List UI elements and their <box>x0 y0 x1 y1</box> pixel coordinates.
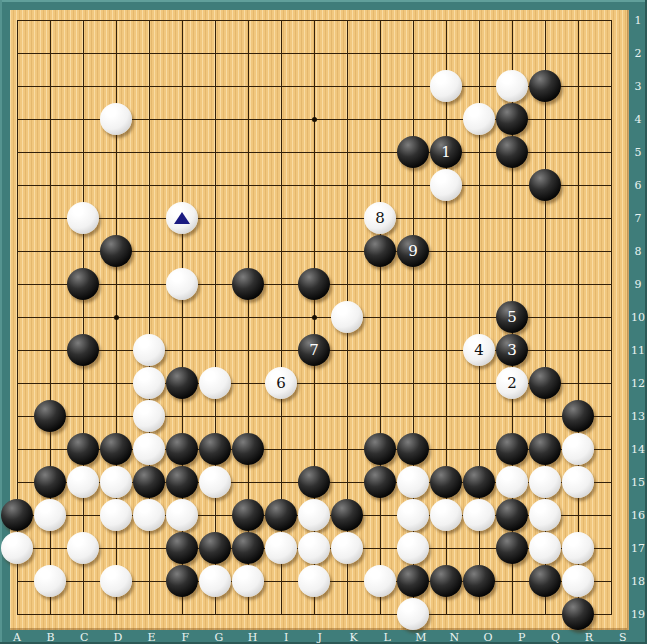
black-stone <box>430 466 462 498</box>
move-number-label: 7 <box>298 334 330 366</box>
white-stone <box>496 466 528 498</box>
black-stone <box>430 565 462 597</box>
column-label: F <box>181 631 189 644</box>
column-label: H <box>248 631 258 644</box>
row-label: 1 <box>635 14 642 27</box>
row-label: 6 <box>635 179 642 192</box>
white-stone <box>298 532 330 564</box>
white-stone: 4 <box>463 334 495 366</box>
black-stone <box>166 367 198 399</box>
white-stone <box>397 466 429 498</box>
black-stone <box>397 565 429 597</box>
move-number-label: 1 <box>430 136 462 168</box>
row-label: 4 <box>635 113 642 126</box>
white-stone <box>100 565 132 597</box>
row-label: 17 <box>631 542 645 555</box>
black-stone <box>496 433 528 465</box>
white-stone <box>331 301 363 333</box>
white-stone <box>331 532 363 564</box>
column-label: K <box>349 631 357 644</box>
black-stone <box>265 499 297 531</box>
white-stone <box>232 565 264 597</box>
black-stone <box>166 532 198 564</box>
black-stone <box>529 169 561 201</box>
black-stone: 9 <box>397 235 429 267</box>
white-stone <box>496 70 528 102</box>
black-stone: 1 <box>430 136 462 168</box>
black-stone: 5 <box>496 301 528 333</box>
white-stone <box>562 433 594 465</box>
white-stone <box>397 499 429 531</box>
column-label: M <box>415 631 426 644</box>
move-number-label: 5 <box>496 301 528 333</box>
black-stone <box>232 532 264 564</box>
black-stone <box>133 466 165 498</box>
white-stone <box>133 499 165 531</box>
column-label: Q <box>551 631 560 644</box>
white-stone <box>34 565 66 597</box>
black-stone <box>562 400 594 432</box>
white-stone <box>463 103 495 135</box>
black-stone <box>166 565 198 597</box>
black-stone <box>331 499 363 531</box>
black-stone <box>529 433 561 465</box>
white-stone <box>562 466 594 498</box>
star-point <box>312 117 317 122</box>
black-stone <box>397 136 429 168</box>
white-stone: 2 <box>496 367 528 399</box>
row-label: 14 <box>631 443 645 456</box>
black-stone <box>529 565 561 597</box>
white-stone <box>562 532 594 564</box>
black-stone: 7 <box>298 334 330 366</box>
black-stone <box>496 136 528 168</box>
grid-line-horizontal <box>17 614 612 615</box>
column-label: L <box>383 631 390 644</box>
white-stone <box>166 202 198 234</box>
black-stone <box>199 433 231 465</box>
move-number-label: 9 <box>397 235 429 267</box>
move-number-label: 2 <box>496 367 528 399</box>
grid-line-vertical <box>578 20 579 615</box>
black-stone <box>34 400 66 432</box>
star-point <box>114 315 119 320</box>
row-label: 8 <box>635 245 642 258</box>
black-stone <box>232 499 264 531</box>
white-stone <box>529 466 561 498</box>
row-label: 2 <box>635 47 642 60</box>
row-label: 7 <box>635 212 642 225</box>
black-stone <box>364 433 396 465</box>
row-label: 13 <box>631 410 645 423</box>
white-stone <box>430 499 462 531</box>
white-stone <box>397 598 429 630</box>
column-label: C <box>80 631 88 644</box>
column-label: A <box>13 631 21 644</box>
white-stone <box>265 532 297 564</box>
row-label: 19 <box>631 608 645 621</box>
white-stone <box>199 466 231 498</box>
white-stone: 8 <box>364 202 396 234</box>
star-point <box>312 315 317 320</box>
black-stone <box>166 466 198 498</box>
column-label: P <box>518 631 525 644</box>
white-stone <box>562 565 594 597</box>
white-stone <box>199 565 231 597</box>
black-stone <box>67 334 99 366</box>
row-label: 3 <box>635 80 642 93</box>
black-stone <box>232 268 264 300</box>
white-stone <box>133 400 165 432</box>
black-stone <box>463 565 495 597</box>
column-label: O <box>484 631 493 644</box>
column-label: I <box>284 631 288 644</box>
move-number-label: 3 <box>496 334 528 366</box>
black-stone <box>496 532 528 564</box>
row-label: 9 <box>635 278 642 291</box>
grid-line-vertical <box>380 20 381 615</box>
column-label: N <box>450 631 460 644</box>
black-stone <box>67 268 99 300</box>
white-stone <box>34 499 66 531</box>
black-stone <box>529 70 561 102</box>
black-stone <box>496 103 528 135</box>
white-stone <box>166 268 198 300</box>
black-stone <box>1 499 33 531</box>
white-stone <box>529 499 561 531</box>
white-stone <box>133 367 165 399</box>
black-stone <box>100 235 132 267</box>
move-number-label: 4 <box>463 334 495 366</box>
black-stone <box>166 433 198 465</box>
column-label: B <box>47 631 55 644</box>
white-stone <box>430 169 462 201</box>
grid-line-vertical <box>611 20 612 615</box>
row-label: 15 <box>631 476 645 489</box>
black-stone <box>397 433 429 465</box>
black-stone <box>67 433 99 465</box>
black-stone <box>562 598 594 630</box>
white-stone <box>67 532 99 564</box>
row-label: 11 <box>631 344 645 357</box>
white-stone <box>133 334 165 366</box>
black-stone <box>232 433 264 465</box>
white-stone: 6 <box>265 367 297 399</box>
column-label: J <box>318 631 322 644</box>
white-stone <box>100 466 132 498</box>
black-stone <box>364 235 396 267</box>
black-stone <box>463 466 495 498</box>
white-stone <box>67 466 99 498</box>
white-stone <box>463 499 495 531</box>
triangle-marker <box>174 212 190 224</box>
white-stone <box>199 367 231 399</box>
black-stone <box>496 499 528 531</box>
row-label: 10 <box>631 311 645 324</box>
white-stone <box>133 433 165 465</box>
column-label: S <box>619 631 627 644</box>
column-label: G <box>214 631 223 644</box>
white-stone <box>364 565 396 597</box>
black-stone <box>199 532 231 564</box>
column-label: D <box>113 631 122 644</box>
black-stone <box>298 268 330 300</box>
white-stone <box>100 103 132 135</box>
column-label: R <box>585 631 593 644</box>
black-stone <box>529 367 561 399</box>
white-stone <box>529 532 561 564</box>
black-stone <box>100 433 132 465</box>
black-stone <box>34 466 66 498</box>
white-stone <box>430 70 462 102</box>
window-edge-highlight-top <box>0 0 647 2</box>
white-stone <box>1 532 33 564</box>
move-number-label: 8 <box>364 202 396 234</box>
white-stone <box>298 565 330 597</box>
white-stone <box>100 499 132 531</box>
column-label: E <box>148 631 156 644</box>
black-stone: 3 <box>496 334 528 366</box>
row-label: 12 <box>631 377 645 390</box>
white-stone <box>397 532 429 564</box>
row-label: 16 <box>631 509 645 522</box>
row-label: 18 <box>631 575 645 588</box>
go-app-window: 189574362 ABCDEFGHIJKLMNOPQRS 1234567891… <box>0 0 647 644</box>
black-stone <box>298 466 330 498</box>
white-stone <box>67 202 99 234</box>
row-label: 5 <box>635 146 642 159</box>
black-stone <box>364 466 396 498</box>
white-stone <box>166 499 198 531</box>
white-stone <box>298 499 330 531</box>
grid-line-horizontal <box>17 416 612 417</box>
move-number-label: 6 <box>265 367 297 399</box>
